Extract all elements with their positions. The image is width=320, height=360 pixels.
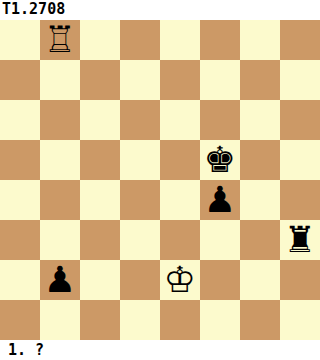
square-d8[interactable]: [120, 20, 160, 60]
square-e5[interactable]: [160, 140, 200, 180]
square-f5[interactable]: ♚: [200, 140, 240, 180]
square-h1[interactable]: [280, 300, 320, 340]
square-g1[interactable]: [240, 300, 280, 340]
square-g2[interactable]: [240, 260, 280, 300]
square-b3[interactable]: [40, 220, 80, 260]
puzzle-id: T1.2708: [0, 0, 320, 20]
piece-black-king: ♚: [204, 140, 236, 180]
piece-black-rook: ♜: [284, 220, 316, 260]
square-b8[interactable]: ♖: [40, 20, 80, 60]
square-g8[interactable]: [240, 20, 280, 60]
square-d4[interactable]: [120, 180, 160, 220]
square-b5[interactable]: [40, 140, 80, 180]
square-h6[interactable]: [280, 100, 320, 140]
square-h7[interactable]: [280, 60, 320, 100]
square-a5[interactable]: [0, 140, 40, 180]
square-g5[interactable]: [240, 140, 280, 180]
square-e7[interactable]: [160, 60, 200, 100]
square-d5[interactable]: [120, 140, 160, 180]
square-g7[interactable]: [240, 60, 280, 100]
square-h8[interactable]: [280, 20, 320, 60]
square-c7[interactable]: [80, 60, 120, 100]
square-c1[interactable]: [80, 300, 120, 340]
square-h5[interactable]: [280, 140, 320, 180]
square-h3[interactable]: ♜: [280, 220, 320, 260]
square-e8[interactable]: [160, 20, 200, 60]
square-e6[interactable]: [160, 100, 200, 140]
square-e4[interactable]: [160, 180, 200, 220]
square-b7[interactable]: [40, 60, 80, 100]
square-f4[interactable]: ♟: [200, 180, 240, 220]
square-c2[interactable]: [80, 260, 120, 300]
square-a4[interactable]: [0, 180, 40, 220]
chess-board: ♖♚♟♜♟♔: [0, 20, 320, 340]
square-b4[interactable]: [40, 180, 80, 220]
square-d3[interactable]: [120, 220, 160, 260]
square-h2[interactable]: [280, 260, 320, 300]
square-c4[interactable]: [80, 180, 120, 220]
square-g3[interactable]: [240, 220, 280, 260]
square-f8[interactable]: [200, 20, 240, 60]
square-d1[interactable]: [120, 300, 160, 340]
square-a2[interactable]: [0, 260, 40, 300]
piece-white-king: ♔: [164, 260, 196, 300]
square-f3[interactable]: [200, 220, 240, 260]
move-prompt: 1. ?: [0, 340, 320, 360]
square-f2[interactable]: [200, 260, 240, 300]
square-b6[interactable]: [40, 100, 80, 140]
square-a6[interactable]: [0, 100, 40, 140]
square-g6[interactable]: [240, 100, 280, 140]
square-a1[interactable]: [0, 300, 40, 340]
square-a8[interactable]: [0, 20, 40, 60]
square-b2[interactable]: ♟: [40, 260, 80, 300]
square-d7[interactable]: [120, 60, 160, 100]
square-g4[interactable]: [240, 180, 280, 220]
square-f6[interactable]: [200, 100, 240, 140]
square-e1[interactable]: [160, 300, 200, 340]
piece-black-pawn: ♟: [204, 180, 236, 220]
square-c8[interactable]: [80, 20, 120, 60]
square-d2[interactable]: [120, 260, 160, 300]
piece-white-rook: ♖: [44, 20, 76, 60]
square-e2[interactable]: ♔: [160, 260, 200, 300]
square-c5[interactable]: [80, 140, 120, 180]
chess-puzzle-page: T1.2708 ♖♚♟♜♟♔ 1. ?: [0, 0, 320, 360]
square-c6[interactable]: [80, 100, 120, 140]
square-f1[interactable]: [200, 300, 240, 340]
square-c3[interactable]: [80, 220, 120, 260]
square-d6[interactable]: [120, 100, 160, 140]
square-a3[interactable]: [0, 220, 40, 260]
square-h4[interactable]: [280, 180, 320, 220]
square-b1[interactable]: [40, 300, 80, 340]
square-f7[interactable]: [200, 60, 240, 100]
square-a7[interactable]: [0, 60, 40, 100]
piece-black-pawn: ♟: [44, 260, 76, 300]
square-e3[interactable]: [160, 220, 200, 260]
